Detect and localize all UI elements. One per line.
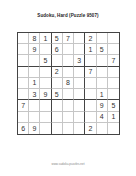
sudoku-cell	[85, 100, 96, 111]
sudoku-cell	[29, 67, 40, 78]
sudoku-cell	[97, 33, 108, 44]
sudoku-cell	[63, 123, 74, 134]
sudoku-cell	[63, 67, 74, 78]
sudoku-cell: 7	[63, 33, 74, 44]
sudoku-board: 8157296155372718395179541692	[17, 32, 120, 135]
sudoku-cell	[63, 55, 74, 66]
sudoku-cell	[108, 89, 119, 100]
sudoku-cell	[40, 67, 51, 78]
sudoku-cell: 4	[97, 112, 108, 123]
sudoku-cell: 6	[52, 44, 63, 55]
sudoku-cell	[63, 89, 74, 100]
sudoku-cell: 5	[52, 33, 63, 44]
sudoku-cell	[108, 78, 119, 89]
sudoku-cell	[85, 112, 96, 123]
sudoku-cell	[74, 100, 85, 111]
sudoku-cell: 1	[40, 33, 51, 44]
sudoku-cell	[74, 78, 85, 89]
sudoku-cell	[108, 44, 119, 55]
sudoku-cell: 9	[29, 123, 40, 134]
puzzle-title: Sudoku, Hard (Puzzle 9507)	[0, 13, 136, 18]
sudoku-cell	[97, 78, 108, 89]
sudoku-cell	[18, 67, 29, 78]
sudoku-cell	[85, 89, 96, 100]
sudoku-cell: 7	[108, 55, 119, 66]
sudoku-cell: 9	[97, 100, 108, 111]
sudoku-cell	[97, 67, 108, 78]
sudoku-cell: 7	[85, 67, 96, 78]
sudoku-cell	[97, 55, 108, 66]
sudoku-cell	[40, 123, 51, 134]
sudoku-cell: 1	[108, 112, 119, 123]
sudoku-cell: 5	[40, 55, 51, 66]
sudoku-cell	[52, 112, 63, 123]
sudoku-cell	[52, 78, 63, 89]
sudoku-cell	[85, 55, 96, 66]
sudoku-cell: 5	[52, 89, 63, 100]
sudoku-cell	[18, 78, 29, 89]
sudoku-cell	[18, 44, 29, 55]
sudoku-cell	[108, 33, 119, 44]
sudoku-cell	[18, 112, 29, 123]
sudoku-cell	[97, 123, 108, 134]
sudoku-cell	[29, 55, 40, 66]
sudoku-cell: 8	[29, 33, 40, 44]
sudoku-cell: 3	[29, 89, 40, 100]
sudoku-cell: 1	[29, 78, 40, 89]
sudoku-cell	[18, 55, 29, 66]
sudoku-cell: 9	[29, 44, 40, 55]
sudoku-cell: 5	[97, 44, 108, 55]
sudoku-cell	[29, 100, 40, 111]
sudoku-cell: 1	[85, 44, 96, 55]
sudoku-cell	[74, 33, 85, 44]
sudoku-cell: 6	[18, 123, 29, 134]
sudoku-cell	[63, 100, 74, 111]
sudoku-cell: 9	[40, 89, 51, 100]
sudoku-cell	[74, 44, 85, 55]
sudoku-cell: 3	[74, 55, 85, 66]
sudoku-cell	[63, 112, 74, 123]
sudoku-cell	[18, 89, 29, 100]
sudoku-cell	[29, 112, 40, 123]
sudoku-cell	[40, 44, 51, 55]
sudoku-cell: 2	[85, 33, 96, 44]
sudoku-cell	[18, 33, 29, 44]
sudoku-cell: 7	[18, 100, 29, 111]
sudoku-cell	[40, 100, 51, 111]
sudoku-cell	[52, 100, 63, 111]
sudoku-cell	[74, 67, 85, 78]
sudoku-cell	[63, 44, 74, 55]
sudoku-cell: 5	[108, 100, 119, 111]
sudoku-cell	[108, 123, 119, 134]
sudoku-cell	[74, 112, 85, 123]
sudoku-cell: 1	[97, 89, 108, 100]
sudoku-page: Sudoku, Hard (Puzzle 9507) 8157296155372…	[0, 0, 136, 176]
sudoku-cell	[52, 123, 63, 134]
sudoku-cell	[108, 67, 119, 78]
sudoku-cell: 8	[63, 78, 74, 89]
sudoku-cell	[85, 78, 96, 89]
sudoku-cell	[40, 112, 51, 123]
sudoku-cell: 2	[52, 67, 63, 78]
sudoku-cell	[74, 89, 85, 100]
footer-url: www.sudoku-puzzles.net	[0, 162, 136, 166]
sudoku-cell	[74, 123, 85, 134]
sudoku-cell	[40, 78, 51, 89]
sudoku-cell	[52, 55, 63, 66]
sudoku-cell: 2	[85, 123, 96, 134]
